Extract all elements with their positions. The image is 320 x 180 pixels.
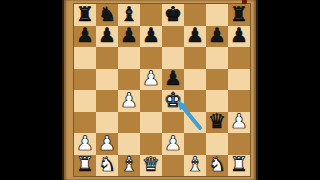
black-pawn-icon[interactable]: ♟ (208, 26, 226, 46)
square-a1[interactable]: ♜ (74, 155, 96, 177)
square-b5[interactable] (96, 69, 118, 91)
square-h5[interactable] (228, 69, 250, 91)
page-background: { "game": "chess", "position": { "fen": … (0, 0, 320, 180)
square-h8[interactable]: ♜ (228, 4, 250, 26)
square-c8[interactable]: ♝ (118, 4, 140, 26)
square-h7[interactable]: ♟ (228, 26, 250, 48)
square-c5[interactable] (118, 69, 140, 91)
black-pawn-icon[interactable]: ♟ (76, 26, 94, 46)
black-pawn-icon[interactable]: ♟ (186, 26, 204, 46)
square-g2[interactable] (206, 133, 228, 155)
square-b8[interactable]: ♞ (96, 4, 118, 26)
square-d5[interactable]: ♟ (140, 69, 162, 91)
square-c6[interactable] (118, 47, 140, 69)
square-b4[interactable] (96, 90, 118, 112)
square-e8[interactable]: ♚ (162, 4, 184, 26)
white-knight-icon[interactable]: ♞ (98, 155, 116, 175)
black-rook-icon[interactable]: ♜ (76, 4, 94, 24)
red-marker-dot (242, 0, 247, 4)
white-pawn-icon[interactable]: ♟ (142, 69, 160, 89)
square-f3[interactable] (184, 112, 206, 134)
black-bishop-icon[interactable]: ♝ (120, 4, 138, 24)
black-pawn-icon[interactable]: ♟ (142, 26, 160, 46)
square-g3[interactable]: ♛ (206, 112, 228, 134)
black-rook-icon[interactable]: ♜ (230, 4, 248, 24)
black-knight-icon[interactable]: ♞ (98, 4, 116, 24)
white-rook-icon[interactable]: ♜ (230, 155, 248, 175)
black-pawn-icon[interactable]: ♟ (98, 26, 116, 46)
square-f4[interactable] (184, 90, 206, 112)
board-frame: ♜♞♝♚♜♟♟♟♟♟♟♟♟♟♟♚♛♟♟♟♟♜♞♝♛♝♞♜ (62, 0, 258, 180)
white-rook-icon[interactable]: ♜ (76, 155, 94, 175)
square-g4[interactable] (206, 90, 228, 112)
square-d2[interactable] (140, 133, 162, 155)
square-f1[interactable]: ♝ (184, 155, 206, 177)
square-c1[interactable]: ♝ (118, 155, 140, 177)
square-h2[interactable] (228, 133, 250, 155)
square-b6[interactable] (96, 47, 118, 69)
black-king-icon[interactable]: ♚ (164, 4, 182, 24)
square-f7[interactable]: ♟ (184, 26, 206, 48)
square-f5[interactable] (184, 69, 206, 91)
black-pawn-icon[interactable]: ♟ (120, 26, 138, 46)
square-g8[interactable] (206, 4, 228, 26)
square-a7[interactable]: ♟ (74, 26, 96, 48)
square-h3[interactable]: ♟ (228, 112, 250, 134)
square-a3[interactable] (74, 112, 96, 134)
square-c7[interactable]: ♟ (118, 26, 140, 48)
black-pawn-icon[interactable]: ♟ (164, 69, 182, 89)
square-e6[interactable] (162, 47, 184, 69)
square-h1[interactable]: ♜ (228, 155, 250, 177)
white-pawn-icon[interactable]: ♟ (98, 133, 116, 153)
square-e5[interactable]: ♟ (162, 69, 184, 91)
square-e4[interactable]: ♚ (162, 90, 184, 112)
square-e2[interactable]: ♟ (162, 133, 184, 155)
square-c3[interactable] (118, 112, 140, 134)
white-pawn-icon[interactable]: ♟ (164, 133, 182, 153)
white-knight-icon[interactable]: ♞ (208, 155, 226, 175)
square-d1[interactable]: ♛ (140, 155, 162, 177)
square-f8[interactable] (184, 4, 206, 26)
square-e3[interactable] (162, 112, 184, 134)
square-a8[interactable]: ♜ (74, 4, 96, 26)
square-d8[interactable] (140, 4, 162, 26)
square-a6[interactable] (74, 47, 96, 69)
square-d3[interactable] (140, 112, 162, 134)
square-e7[interactable] (162, 26, 184, 48)
white-pawn-icon[interactable]: ♟ (120, 90, 138, 110)
square-h6[interactable] (228, 47, 250, 69)
white-bishop-icon[interactable]: ♝ (120, 155, 138, 175)
square-b2[interactable]: ♟ (96, 133, 118, 155)
white-pawn-icon[interactable]: ♟ (76, 133, 94, 153)
square-d4[interactable] (140, 90, 162, 112)
square-d6[interactable] (140, 47, 162, 69)
black-pawn-icon[interactable]: ♟ (230, 26, 248, 46)
square-g7[interactable]: ♟ (206, 26, 228, 48)
square-a4[interactable] (74, 90, 96, 112)
white-queen-icon[interactable]: ♛ (142, 155, 160, 175)
square-g5[interactable] (206, 69, 228, 91)
square-f6[interactable] (184, 47, 206, 69)
square-b1[interactable]: ♞ (96, 155, 118, 177)
chess-board: ♜♞♝♚♜♟♟♟♟♟♟♟♟♟♟♚♛♟♟♟♟♜♞♝♛♝♞♜ (74, 4, 250, 176)
square-b7[interactable]: ♟ (96, 26, 118, 48)
white-bishop-icon[interactable]: ♝ (186, 155, 204, 175)
square-f2[interactable] (184, 133, 206, 155)
square-g6[interactable] (206, 47, 228, 69)
black-queen-icon[interactable]: ♛ (208, 112, 226, 132)
square-h4[interactable] (228, 90, 250, 112)
square-e1[interactable] (162, 155, 184, 177)
white-king-icon[interactable]: ♚ (164, 90, 182, 110)
square-a2[interactable]: ♟ (74, 133, 96, 155)
square-c4[interactable]: ♟ (118, 90, 140, 112)
white-pawn-icon[interactable]: ♟ (230, 112, 248, 132)
square-c2[interactable] (118, 133, 140, 155)
square-a5[interactable] (74, 69, 96, 91)
square-g1[interactable]: ♞ (206, 155, 228, 177)
square-b3[interactable] (96, 112, 118, 134)
square-d7[interactable]: ♟ (140, 26, 162, 48)
